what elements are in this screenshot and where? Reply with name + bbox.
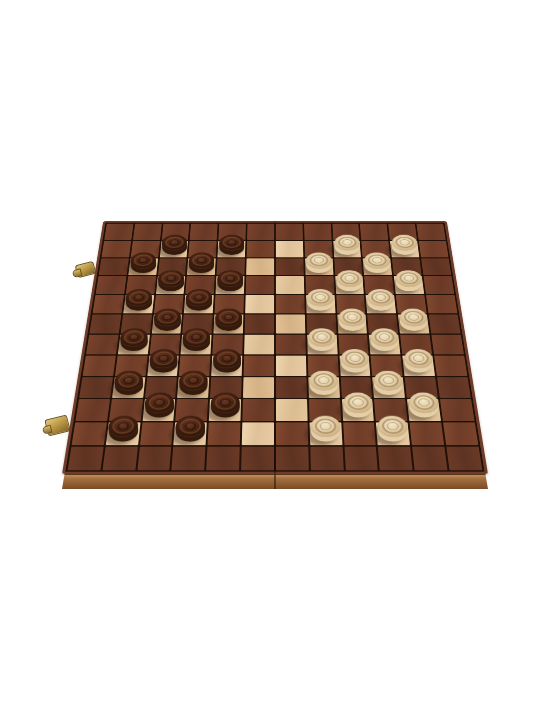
- dark-checker-piece[interactable]: [219, 242, 244, 257]
- border-cell: [79, 377, 113, 398]
- light-checker-piece[interactable]: [340, 356, 369, 375]
- light-checker-piece[interactable]: [306, 259, 332, 275]
- dark-checker-piece[interactable]: [217, 277, 243, 293]
- dark-square[interactable]: [276, 258, 304, 275]
- light-checker-piece[interactable]: [307, 296, 334, 313]
- dark-square[interactable]: [243, 399, 275, 421]
- light-square[interactable]: [244, 335, 274, 355]
- border-cell: [96, 276, 127, 294]
- dark-square[interactable]: [276, 377, 307, 398]
- light-square[interactable]: [245, 295, 274, 313]
- border-cell: [429, 315, 461, 334]
- light-checker-piece[interactable]: [370, 335, 399, 353]
- dark-checker-piece[interactable]: [161, 242, 187, 257]
- border-cell: [190, 224, 218, 240]
- dark-checker-piece[interactable]: [149, 356, 178, 375]
- border-cell: [276, 224, 303, 240]
- border-cell: [72, 423, 107, 446]
- border-cell: [104, 224, 133, 240]
- dark-square[interactable]: [276, 295, 305, 313]
- border-cell: [412, 447, 447, 471]
- border-cell: [75, 399, 109, 421]
- piece-top: [374, 371, 404, 390]
- light-checker-piece[interactable]: [308, 335, 336, 353]
- border-cell: [310, 447, 343, 471]
- dark-checker-piece[interactable]: [153, 315, 181, 332]
- dark-square[interactable]: [140, 423, 174, 446]
- dark-square[interactable]: [276, 423, 308, 446]
- dark-square[interactable]: [245, 315, 274, 334]
- border-cell: [437, 377, 471, 398]
- piece-top: [334, 235, 360, 250]
- light-checker-piece[interactable]: [373, 378, 403, 397]
- border-cell: [241, 447, 274, 471]
- piece-top: [391, 235, 418, 250]
- border-cell: [419, 241, 449, 258]
- border-cell: [434, 355, 467, 375]
- dark-square[interactable]: [276, 335, 306, 355]
- light-square[interactable]: [276, 315, 305, 334]
- dark-checker-piece[interactable]: [215, 315, 242, 332]
- dark-checker-piece[interactable]: [179, 378, 208, 397]
- board-front-edge: [62, 474, 488, 489]
- border-cell: [86, 335, 118, 355]
- border-cell: [102, 241, 132, 258]
- border-cell: [207, 447, 240, 471]
- piece-top: [343, 393, 373, 413]
- border-cell: [360, 224, 388, 240]
- checkers-board: [62, 221, 488, 474]
- dark-checker-piece[interactable]: [114, 378, 144, 397]
- piece-top: [370, 328, 399, 346]
- piece-top: [336, 270, 363, 286]
- border-cell: [440, 399, 474, 421]
- border-cell: [68, 447, 104, 471]
- light-checker-piece[interactable]: [367, 296, 395, 313]
- light-square[interactable]: [246, 258, 274, 275]
- border-cell: [83, 355, 116, 375]
- border-cell: [304, 224, 331, 240]
- light-checker-piece[interactable]: [309, 378, 338, 397]
- piece-top: [308, 328, 336, 346]
- border-cell: [276, 447, 309, 471]
- border-cell: [133, 224, 162, 240]
- light-checker-piece[interactable]: [334, 242, 360, 257]
- piece-top: [311, 416, 341, 437]
- dark-square[interactable]: [410, 423, 445, 446]
- border-cell: [89, 315, 121, 334]
- piece-top: [309, 371, 338, 390]
- piece-top: [307, 289, 334, 306]
- board-fold-seam: [274, 221, 276, 474]
- dark-checker-piece[interactable]: [183, 335, 211, 353]
- piece-top: [306, 252, 332, 268]
- dark-checker-piece[interactable]: [130, 259, 157, 275]
- piece-top: [338, 308, 366, 325]
- light-square[interactable]: [276, 276, 304, 294]
- border-cell: [102, 447, 137, 471]
- dark-checker-piece[interactable]: [186, 296, 213, 313]
- dark-checker-piece[interactable]: [189, 259, 215, 275]
- light-square[interactable]: [276, 355, 306, 375]
- border-cell: [417, 224, 446, 240]
- product-photo-canvas: [0, 0, 540, 720]
- dark-square[interactable]: [246, 276, 274, 294]
- light-checker-piece[interactable]: [336, 277, 363, 293]
- dark-square[interactable]: [208, 423, 241, 446]
- light-square[interactable]: [276, 399, 308, 421]
- light-checker-piece[interactable]: [399, 315, 428, 332]
- light-checker-piece[interactable]: [391, 242, 418, 257]
- border-cell: [344, 447, 378, 471]
- light-checker-piece[interactable]: [403, 356, 433, 375]
- border-cell: [447, 447, 483, 471]
- dark-square[interactable]: [247, 241, 274, 258]
- border-cell: [378, 447, 413, 471]
- border-cell: [421, 258, 451, 275]
- border-cell: [137, 447, 172, 471]
- light-square[interactable]: [276, 241, 303, 258]
- border-cell: [247, 224, 274, 240]
- piece-top: [367, 289, 395, 306]
- piece-top: [364, 252, 391, 268]
- border-cell: [424, 276, 455, 294]
- border-cell: [443, 423, 478, 446]
- light-square[interactable]: [243, 377, 274, 398]
- border-cell: [93, 295, 124, 313]
- dark-checker-piece[interactable]: [157, 277, 184, 293]
- border-cell: [99, 258, 129, 275]
- board-scene: [62, 48, 488, 474]
- light-square[interactable]: [242, 423, 274, 446]
- dark-checker-piece[interactable]: [213, 356, 241, 375]
- border-cell: [426, 295, 457, 313]
- border-cell: [172, 447, 206, 471]
- dark-checker-piece[interactable]: [125, 296, 153, 313]
- dark-square[interactable]: [244, 355, 274, 375]
- piece-top: [340, 349, 369, 368]
- light-checker-piece[interactable]: [395, 277, 423, 293]
- light-checker-piece[interactable]: [338, 315, 366, 332]
- border-cell: [431, 335, 463, 355]
- light-checker-piece[interactable]: [364, 259, 391, 275]
- dark-checker-piece[interactable]: [120, 335, 149, 353]
